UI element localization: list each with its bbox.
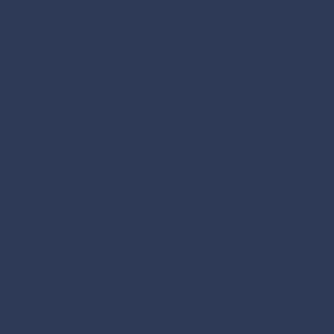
chess-board <box>7 7 327 327</box>
board-frame <box>0 0 334 334</box>
